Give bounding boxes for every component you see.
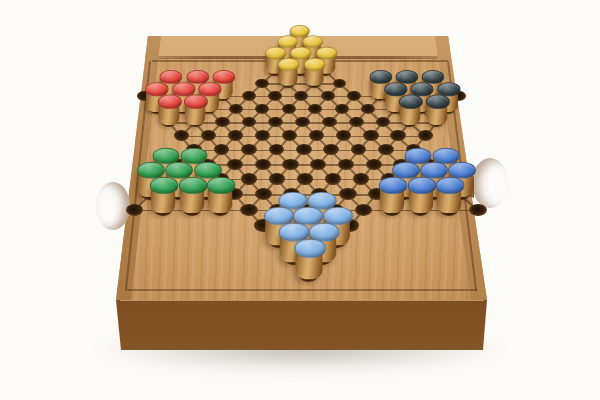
board-hole[interactable] (227, 159, 243, 170)
board-hole[interactable] (241, 173, 258, 184)
board-hole[interactable] (351, 144, 367, 155)
board-hole[interactable] (335, 104, 349, 114)
peg-colored-top (294, 238, 326, 258)
board-hole[interactable] (418, 130, 433, 141)
product-photo-scene (0, 0, 600, 400)
board-hole[interactable] (297, 173, 314, 184)
board-hole[interactable] (321, 91, 335, 101)
board-hole[interactable] (268, 117, 283, 127)
board-hole[interactable] (295, 117, 310, 127)
peg-colored-top (407, 176, 436, 194)
board-hole[interactable] (325, 173, 342, 184)
board-hole[interactable] (255, 159, 271, 170)
board-hole[interactable] (269, 144, 285, 155)
board-hole[interactable] (282, 130, 297, 141)
board-hole[interactable] (255, 79, 269, 88)
board-hole[interactable] (229, 104, 243, 114)
board-hole[interactable] (308, 104, 322, 114)
board-hole[interactable] (174, 130, 189, 141)
board-hole[interactable] (241, 144, 257, 155)
board-hole[interactable] (242, 117, 257, 127)
chinese-checkers-board (0, 0, 600, 400)
peg-colored-top (207, 176, 236, 194)
board-hole[interactable] (296, 144, 312, 155)
board-hole[interactable] (322, 117, 337, 127)
board-hole[interactable] (349, 117, 364, 127)
board-hole[interactable] (240, 204, 258, 216)
board-hole[interactable] (269, 173, 286, 184)
peg-colored-top (150, 176, 179, 194)
board-hole[interactable] (336, 130, 351, 141)
board-hole[interactable] (361, 104, 375, 114)
peg-colored-top (212, 70, 235, 84)
peg-colored-top (425, 94, 449, 109)
board-hole[interactable] (282, 104, 296, 114)
peg-colored-top (379, 176, 408, 194)
board-hole[interactable] (366, 159, 382, 170)
peg-colored-top (369, 70, 392, 84)
peg-colored-top (399, 94, 423, 109)
board-hole[interactable] (126, 204, 144, 216)
board-hole[interactable] (355, 204, 373, 216)
board-hole[interactable] (310, 159, 326, 170)
board-hole[interactable] (347, 91, 361, 101)
board-hole[interactable] (363, 130, 378, 141)
peg-colored-top (436, 176, 465, 194)
peg-colored-top (198, 82, 221, 96)
board-hole[interactable] (242, 91, 256, 101)
board-hole[interactable] (282, 159, 298, 170)
peg-colored-top (157, 94, 181, 109)
board-hole[interactable] (378, 144, 394, 155)
board-hole[interactable] (255, 104, 269, 114)
board-hole[interactable] (309, 130, 324, 141)
board-hole[interactable] (215, 117, 230, 127)
board-hole[interactable] (390, 130, 405, 141)
board-hole[interactable] (255, 130, 270, 141)
board-hole[interactable] (323, 144, 339, 155)
peg-colored-top (384, 82, 407, 96)
board-hole[interactable] (255, 188, 272, 200)
board-hole[interactable] (201, 130, 216, 141)
board-hole[interactable] (214, 144, 230, 155)
board-hole[interactable] (294, 91, 308, 101)
board-hole[interactable] (228, 130, 243, 141)
board-hole[interactable] (353, 173, 370, 184)
board-hole[interactable] (469, 204, 487, 216)
board-hole[interactable] (339, 188, 356, 200)
peg-colored-top (179, 176, 208, 194)
board-hole[interactable] (268, 91, 282, 101)
peg-colored-top (304, 58, 326, 72)
board-hole[interactable] (338, 159, 354, 170)
